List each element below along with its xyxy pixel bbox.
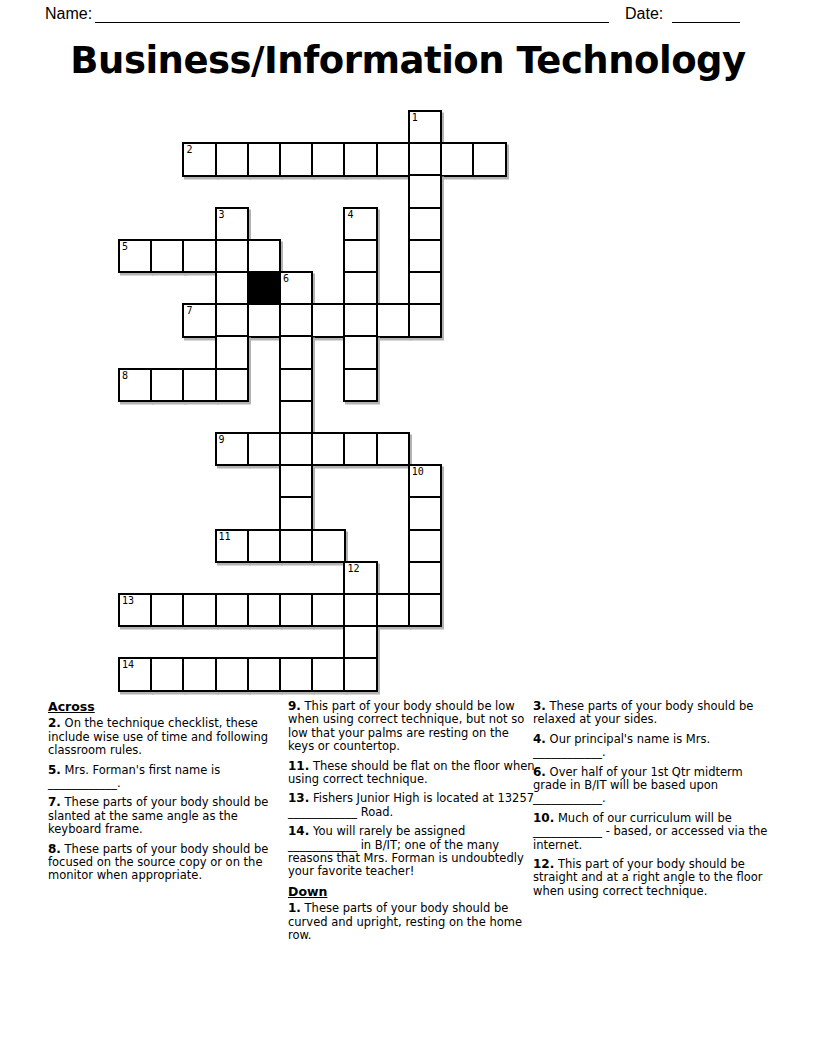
answer-cell[interactable]: 12 <box>343 561 377 595</box>
answer-cell[interactable] <box>150 593 184 627</box>
date-label: Date: <box>625 5 663 23</box>
name-blank-line[interactable] <box>95 5 609 23</box>
answer-cell[interactable] <box>150 657 184 691</box>
clue-number: 6 <box>283 273 289 284</box>
answer-cell[interactable] <box>408 207 442 241</box>
clue-number-label: 12. <box>533 857 554 871</box>
answer-cell[interactable] <box>150 368 184 402</box>
answer-cell[interactable]: 6 <box>279 271 313 305</box>
answer-cell[interactable] <box>182 593 216 627</box>
answer-cell[interactable] <box>215 593 249 627</box>
answer-cell[interactable]: 8 <box>118 368 152 402</box>
clue-3: 3. These parts of your body should be re… <box>533 700 773 727</box>
answer-cell[interactable] <box>343 239 377 273</box>
answer-cell[interactable] <box>215 657 249 691</box>
answer-cell[interactable]: 5 <box>118 239 152 273</box>
answer-cell[interactable] <box>279 368 313 402</box>
answer-cell[interactable] <box>247 529 281 563</box>
clue-9: 9. This part of your body should be low … <box>288 700 537 754</box>
answer-cell[interactable] <box>279 657 313 691</box>
answer-cell[interactable] <box>472 142 506 176</box>
answer-cell[interactable] <box>279 142 313 176</box>
clue-number-label: 9. <box>288 699 301 713</box>
answer-cell[interactable] <box>215 239 249 273</box>
answer-cell[interactable] <box>408 239 442 273</box>
clue-number-label: 11. <box>288 759 309 773</box>
answer-cell[interactable] <box>215 303 249 337</box>
answer-cell[interactable] <box>182 239 216 273</box>
clue-number: 10 <box>412 466 424 477</box>
clue-number: 3 <box>219 209 225 220</box>
answer-cell[interactable] <box>150 239 184 273</box>
clue-2: 2. On the technique checklist, these inc… <box>48 717 286 757</box>
answer-cell[interactable] <box>408 593 442 627</box>
answer-cell[interactable] <box>215 142 249 176</box>
answer-cell[interactable]: 10 <box>408 464 442 498</box>
clue-column-3: 3. These parts of your body should be re… <box>533 700 773 904</box>
clue-number-label: 4. <box>533 732 546 746</box>
clue-number: 1 <box>412 112 418 123</box>
answer-cell[interactable]: 14 <box>118 657 152 691</box>
clue-13: 13. Fishers Junior High is located at 13… <box>288 792 537 819</box>
clue-number-label: 13. <box>288 791 309 805</box>
answer-cell[interactable]: 11 <box>215 529 249 563</box>
answer-cell[interactable] <box>279 432 313 466</box>
clue-4: 4. Our principal's name is Mrs. ________… <box>533 733 773 760</box>
answer-cell[interactable]: 13 <box>118 593 152 627</box>
clue-number-label: 8. <box>48 842 61 856</box>
blocked-cell <box>247 271 281 305</box>
clue-number: 5 <box>122 241 128 252</box>
answer-cell[interactable] <box>247 303 281 337</box>
answer-cell[interactable] <box>279 464 313 498</box>
answer-cell[interactable] <box>343 335 377 369</box>
answer-cell[interactable] <box>376 142 410 176</box>
clue-number: 2 <box>186 144 192 155</box>
answer-cell[interactable] <box>311 142 345 176</box>
answer-cell[interactable] <box>408 174 442 208</box>
answer-cell[interactable]: 2 <box>182 142 216 176</box>
clue-1: 1. These parts of your body should be cu… <box>288 902 537 942</box>
answer-cell[interactable] <box>279 400 313 434</box>
answer-cell[interactable] <box>343 368 377 402</box>
clue-number-label: 5. <box>48 763 61 777</box>
answer-cell[interactable]: 7 <box>182 303 216 337</box>
clue-11: 11. These should be flat on the floor wh… <box>288 760 537 787</box>
answer-cell[interactable] <box>182 657 216 691</box>
answer-cell[interactable] <box>343 271 377 305</box>
clue-number: 4 <box>347 209 353 220</box>
clue-number-label: 2. <box>48 716 61 730</box>
clue-number: 13 <box>122 595 134 606</box>
answer-cell[interactable] <box>279 335 313 369</box>
answer-cell[interactable] <box>343 303 377 337</box>
answer-cell[interactable] <box>247 657 281 691</box>
answer-cell[interactable] <box>215 271 249 305</box>
answer-cell[interactable] <box>215 368 249 402</box>
clue-number-label: 14. <box>288 824 309 838</box>
clue-number-label: 1. <box>288 901 301 915</box>
answer-cell[interactable] <box>311 593 345 627</box>
answer-cell[interactable] <box>343 593 377 627</box>
clue-14: 14. You will rarely be assigned ________… <box>288 825 537 879</box>
answer-cell[interactable] <box>311 432 345 466</box>
answer-cell[interactable] <box>408 142 442 176</box>
answer-cell[interactable] <box>215 335 249 369</box>
answer-cell[interactable] <box>279 303 313 337</box>
clue-5: 5. Mrs. Forman's first name is _________… <box>48 764 286 791</box>
puzzle-title: Business/Information Technology <box>0 39 816 82</box>
answer-cell[interactable] <box>279 593 313 627</box>
answer-cell[interactable] <box>376 593 410 627</box>
clue-8: 8. These parts of your body should be fo… <box>48 843 286 883</box>
across-header: Across <box>48 700 286 713</box>
clue-number-label: 10. <box>533 811 554 825</box>
clue-number: 7 <box>186 305 192 316</box>
clue-number: 14 <box>122 659 134 670</box>
clue-number-label: 3. <box>533 699 546 713</box>
answer-cell[interactable] <box>247 432 281 466</box>
answer-cell[interactable] <box>247 239 281 273</box>
answer-cell[interactable]: 4 <box>343 207 377 241</box>
clue-column-2: 9. This part of your body should be low … <box>288 700 537 949</box>
answer-cell[interactable] <box>311 303 345 337</box>
clue-number: 12 <box>347 563 359 574</box>
clue-12: 12. This part of your body should be str… <box>533 858 773 898</box>
answer-cell[interactable] <box>343 432 377 466</box>
clue-number-label: 7. <box>48 795 61 809</box>
name-label: Name: <box>45 5 92 23</box>
crossword-grid: 1234567891011121314 <box>118 110 507 692</box>
answer-cell[interactable] <box>408 529 442 563</box>
answer-cell[interactable] <box>440 142 474 176</box>
clue-number: 8 <box>122 370 128 381</box>
clue-number-label: 6. <box>533 765 546 779</box>
clue-number: 9 <box>219 434 225 445</box>
clue-10: 10. Much of our curriculum will be _____… <box>533 812 773 852</box>
answer-cell[interactable] <box>279 496 313 530</box>
crossword-worksheet: Name: Date: Business/Information Technol… <box>0 0 816 1056</box>
answer-cell[interactable] <box>343 142 377 176</box>
answer-cell[interactable] <box>343 625 377 659</box>
answer-cell[interactable]: 1 <box>408 110 442 144</box>
answer-cell[interactable] <box>408 271 442 305</box>
clue-column-1: Across2. On the technique checklist, the… <box>48 700 286 889</box>
answer-cell[interactable] <box>311 657 345 691</box>
answer-cell[interactable] <box>279 529 313 563</box>
answer-cell[interactable] <box>376 432 410 466</box>
answer-cell[interactable]: 3 <box>215 207 249 241</box>
answer-cell[interactable] <box>247 142 281 176</box>
clue-7: 7. These parts of your body should be sl… <box>48 796 286 836</box>
answer-cell[interactable] <box>408 496 442 530</box>
answer-cell[interactable] <box>408 303 442 337</box>
answer-cell[interactable] <box>182 368 216 402</box>
answer-cell[interactable] <box>343 657 377 691</box>
answer-cell[interactable] <box>311 529 345 563</box>
answer-cell[interactable] <box>408 561 442 595</box>
down-header: Down <box>288 885 537 898</box>
date-blank-line[interactable] <box>672 5 740 23</box>
clue-6: 6. Over half of your 1st Qtr midterm gra… <box>533 766 773 806</box>
answer-cell[interactable]: 9 <box>215 432 249 466</box>
answer-cell[interactable] <box>376 303 410 337</box>
answer-cell[interactable] <box>247 593 281 627</box>
clue-number: 11 <box>219 531 231 542</box>
